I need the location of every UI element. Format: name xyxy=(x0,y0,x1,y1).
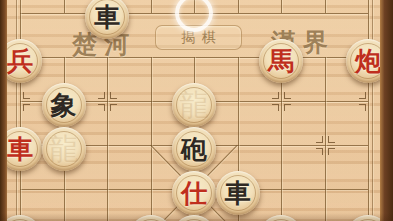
bottom-shade xyxy=(0,213,393,221)
piece-red-horse-g5[interactable]: 馬 xyxy=(259,39,303,83)
grid-line xyxy=(151,57,152,221)
point-marker-arm xyxy=(316,136,323,143)
piece-glyph: 砲 xyxy=(172,127,216,171)
point-marker-arm xyxy=(359,92,366,99)
xiangqi-board[interactable]: 楚河 漢界 揭棋 車兵馬炮象龍車龍砲仕車龍龍龍龍龍 xyxy=(0,0,393,221)
point-marker-arm xyxy=(110,92,117,99)
piece-glyph: 象 xyxy=(42,83,86,127)
point-marker-arm xyxy=(98,92,105,99)
piece-black-chariot-c4[interactable]: 車 xyxy=(85,0,129,39)
piece-hidden-b7[interactable]: 龍 xyxy=(42,127,86,171)
piece-glyph: 馬 xyxy=(259,39,303,83)
grid-line xyxy=(16,0,17,221)
point-marker-arm xyxy=(316,148,323,155)
point-marker-arm xyxy=(328,136,335,143)
hidden-piece-emblem: 龍 xyxy=(172,83,216,127)
point-marker-arm xyxy=(328,148,335,155)
grid-line xyxy=(151,0,152,13)
grid-line xyxy=(325,57,326,221)
grid-line xyxy=(368,0,369,221)
grid-line xyxy=(281,0,282,13)
point-marker-arm xyxy=(98,104,105,111)
point-marker-arm xyxy=(272,104,279,111)
piece-black-cannon-e7[interactable]: 砲 xyxy=(172,127,216,171)
grid-line xyxy=(107,57,108,221)
grid-line xyxy=(20,0,21,221)
grid-line xyxy=(372,0,373,221)
point-marker-arm xyxy=(284,92,291,99)
point-marker-arm xyxy=(272,92,279,99)
piece-black-chariot-f8[interactable]: 車 xyxy=(216,171,260,215)
grid-line xyxy=(64,0,65,13)
piece-red-advisor-e8[interactable]: 仕 xyxy=(172,171,216,215)
hidden-piece-emblem: 龍 xyxy=(42,127,86,171)
grid-line xyxy=(238,0,239,13)
board-frame-left xyxy=(0,0,7,221)
piece-black-elephant-b6[interactable]: 象 xyxy=(42,83,86,127)
point-marker-arm xyxy=(110,104,117,111)
point-marker-arm xyxy=(284,104,291,111)
point-marker-arm xyxy=(23,92,30,99)
piece-glyph: 車 xyxy=(85,0,129,39)
grid-line xyxy=(325,0,326,13)
point-marker-arm xyxy=(23,104,30,111)
point-marker-arm xyxy=(359,104,366,111)
board-frame-right xyxy=(380,0,393,221)
piece-hidden-e6[interactable]: 龍 xyxy=(172,83,216,127)
piece-glyph: 仕 xyxy=(172,171,216,215)
piece-glyph: 車 xyxy=(216,171,260,215)
